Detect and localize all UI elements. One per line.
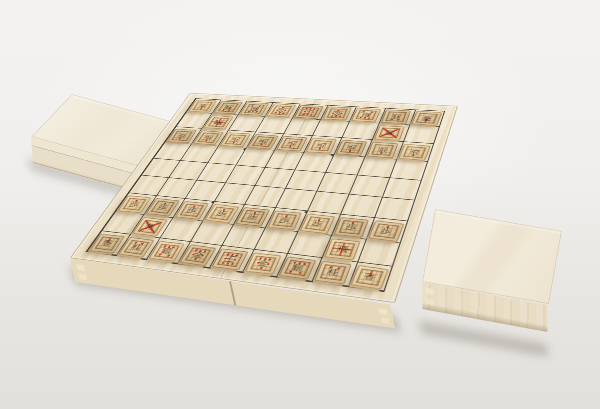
finger-joint <box>76 264 85 271</box>
piece-face: 歩 <box>194 131 223 145</box>
piece-kanji: 歩 <box>335 218 368 237</box>
piece-kanji: 歩 <box>307 139 336 153</box>
piece-kanji: 香 <box>412 111 441 125</box>
piece-tile: 銀 <box>149 241 185 262</box>
piece-sente-pawn[interactable]: 歩 <box>204 204 239 223</box>
piece-kanji: 飛 <box>205 116 233 129</box>
piece-face: 歩 <box>335 218 368 237</box>
piece-kanji: 歩 <box>249 134 278 148</box>
piece-tile: 桂 <box>118 237 154 258</box>
piece-sente-pawn[interactable]: 歩 <box>235 207 270 226</box>
piece-sente-pawn[interactable]: 歩 <box>300 214 336 234</box>
piece-kanji: 銀 <box>352 108 380 121</box>
piece-face: 銀 <box>241 103 268 115</box>
piece-sente-knight[interactable]: 桂 <box>118 237 154 258</box>
piece-face: 桂 <box>120 238 154 257</box>
piece-tile: 歩 <box>334 217 369 237</box>
piece-face: 飛 <box>326 239 360 259</box>
piece-kanji: 歩 <box>221 133 249 147</box>
piece-tile: 歩 <box>336 140 368 156</box>
piece-tile: 歩 <box>167 129 197 143</box>
piece-tile: 金 <box>266 103 296 117</box>
piece-face: 歩 <box>368 143 397 158</box>
piece-tile: 銀 <box>240 102 269 115</box>
piece-kanji: 桂 <box>316 262 351 284</box>
piece-face: 歩 <box>269 211 301 229</box>
piece-tile: 桂 <box>381 110 411 124</box>
piece-tile: 歩 <box>276 136 307 151</box>
piece-tile: 角 <box>374 125 405 140</box>
piece-sente-lance[interactable]: 香 <box>350 265 389 290</box>
piece-face: 歩 <box>277 137 306 151</box>
piece-tile: 歩 <box>220 132 251 147</box>
piece-sente-pawn[interactable]: 歩 <box>175 201 209 219</box>
piece-face: 歩 <box>337 140 367 155</box>
piece-kanji: 歩 <box>206 205 238 223</box>
piece-kanji: 歩 <box>277 137 306 151</box>
piece-tile: 歩 <box>306 138 337 153</box>
piece-sente-knight[interactable]: 桂 <box>314 261 351 284</box>
piece-face: 歩 <box>176 202 208 219</box>
piece-kanji: 銀 <box>280 257 315 279</box>
piece-gote-rook[interactable]: 飛 <box>203 115 233 129</box>
piece-tile: 歩 <box>267 211 301 230</box>
piece-tile: 銀 <box>279 256 317 279</box>
piece-kanji: 金 <box>267 104 295 117</box>
piece-kanji: 歩 <box>269 211 301 229</box>
piece-gote-pawn[interactable]: 歩 <box>398 144 431 161</box>
piece-tile: 角 <box>132 217 167 237</box>
piece-kanji: 桂 <box>120 238 154 257</box>
piece-face: 香 <box>412 111 441 125</box>
piece-kanji: 歩 <box>147 199 179 216</box>
piece-face: 歩 <box>119 196 150 212</box>
piece-face: 歩 <box>206 205 238 223</box>
piece-tile: 歩 <box>175 201 209 219</box>
piece-tile: 王 <box>212 248 249 270</box>
piece-face: 銀 <box>150 242 183 261</box>
piece-tile: 歩 <box>398 144 431 161</box>
piece-face: 歩 <box>237 208 269 226</box>
piece-gote-gold[interactable]: 金 <box>266 103 296 117</box>
piece-gote-pawn[interactable]: 歩 <box>220 132 251 147</box>
piece-tile: 飛 <box>203 115 233 129</box>
piece-face: 歩 <box>301 214 334 233</box>
piece-kanji: 歩 <box>368 143 397 158</box>
piece-gote-pawn[interactable]: 歩 <box>306 138 337 153</box>
piece-tile: 歩 <box>368 220 404 242</box>
piece-kanji: 歩 <box>119 196 150 212</box>
piece-gote-knight[interactable]: 桂 <box>381 110 411 124</box>
piece-sente-gold[interactable]: 金 <box>179 244 216 266</box>
piece-gote-pawn[interactable]: 歩 <box>248 134 280 149</box>
piece-sente-silver[interactable]: 銀 <box>149 241 185 262</box>
piece-gote-silver[interactable]: 銀 <box>351 108 381 122</box>
piece-face: 飛 <box>205 116 233 129</box>
piece-gote-lance[interactable]: 香 <box>188 100 216 113</box>
piece-kanji: 香 <box>91 234 124 252</box>
piece-face: 香 <box>352 266 388 289</box>
piece-face: 金 <box>267 104 295 117</box>
piece-kanji: 歩 <box>301 214 334 233</box>
piece-tile: 桂 <box>314 261 351 284</box>
piece-gote-king[interactable]: 玉 <box>294 105 324 119</box>
piece-face: 歩 <box>307 139 336 153</box>
piece-face: 金 <box>246 253 280 273</box>
piece-face: 角 <box>134 218 167 236</box>
piece-face: 歩 <box>399 144 429 160</box>
piece-tile: 歩 <box>235 207 270 226</box>
piece-sente-bishop[interactable]: 角 <box>132 217 167 237</box>
piece-tile: 香 <box>188 100 216 113</box>
piece-kanji: 玉 <box>295 105 323 118</box>
piece-face: 歩 <box>369 221 403 241</box>
piece-face: 桂 <box>316 262 351 284</box>
piece-kanji: 香 <box>352 266 388 289</box>
piece-face: 香 <box>189 100 215 112</box>
piece-tile: 歩 <box>146 198 180 216</box>
piece-face: 香 <box>91 234 124 252</box>
piece-sente-rook[interactable]: 飛 <box>324 239 360 261</box>
piece-tile: 玉 <box>294 105 324 119</box>
piece-kanji: 歩 <box>237 208 269 226</box>
piece-face: 王 <box>213 249 247 269</box>
piece-face: 玉 <box>295 105 323 118</box>
piece-gote-gold[interactable]: 金 <box>322 107 351 121</box>
piece-gote-pawn[interactable]: 歩 <box>193 130 224 145</box>
piece-kanji: 飛 <box>326 239 360 259</box>
piece-kanji: 桂 <box>382 110 410 123</box>
piece-gote-pawn[interactable]: 歩 <box>336 140 368 156</box>
piece-sente-pawn[interactable]: 歩 <box>368 220 404 242</box>
piece-face: 歩 <box>221 133 249 147</box>
piece-gote-pawn[interactable]: 歩 <box>167 129 197 143</box>
piece-tile: 香 <box>350 265 389 290</box>
piece-gote-silver[interactable]: 銀 <box>240 102 269 115</box>
piece-kanji: 桂 <box>215 101 242 113</box>
piece-kanji: 金 <box>246 253 280 273</box>
piece-gote-knight[interactable]: 桂 <box>213 101 242 114</box>
piece-kanji: 歩 <box>176 202 208 219</box>
piece-kanji: 歩 <box>369 221 403 241</box>
piece-kanji: 王 <box>213 249 247 269</box>
piece-tile: 金 <box>245 253 281 275</box>
piece-tile: 銀 <box>351 108 381 122</box>
studio-scene: 香桂銀金玉金銀桂香飛角歩歩歩歩歩歩歩歩歩歩歩歩歩歩歩歩歩歩角飛香桂銀金王金銀桂香 <box>0 0 600 409</box>
piece-tile: 歩 <box>300 214 336 234</box>
piece-face: 桂 <box>215 101 242 113</box>
piece-kanji: 角 <box>375 126 403 140</box>
piece-face: 銀 <box>352 108 380 121</box>
piece-sente-pawn[interactable]: 歩 <box>334 217 369 237</box>
piece-kanji: 金 <box>181 245 215 265</box>
piece-tile: 桂 <box>213 101 242 114</box>
piece-gote-pawn[interactable]: 歩 <box>276 136 307 151</box>
piece-sente-pawn[interactable]: 歩 <box>146 198 180 216</box>
piece-face: 金 <box>181 245 215 265</box>
piece-tile: 香 <box>411 111 442 126</box>
piece-kanji: 歩 <box>168 129 196 142</box>
piece-sente-pawn[interactable]: 歩 <box>267 211 301 230</box>
piece-tile: 歩 <box>118 196 151 213</box>
board-fold-seam-front <box>229 281 236 305</box>
piece-sente-pawn[interactable]: 歩 <box>118 196 151 213</box>
piece-kanji: 角 <box>134 218 167 236</box>
piece-face: 歩 <box>249 134 278 148</box>
piece-gote-lance[interactable]: 香 <box>411 111 442 126</box>
piece-tile: 金 <box>322 107 351 121</box>
piece-tile: 金 <box>179 244 216 266</box>
piece-tile: 歩 <box>204 204 239 223</box>
piece-kanji: 金 <box>324 107 351 120</box>
piece-face: 桂 <box>382 110 410 123</box>
piece-tile: 飛 <box>324 239 360 261</box>
piece-sente-king[interactable]: 王 <box>212 248 249 270</box>
finger-joint <box>426 288 434 295</box>
piece-kanji: 銀 <box>241 103 268 115</box>
finger-joint <box>379 308 388 315</box>
piece-kanji: 香 <box>189 100 215 112</box>
piece-tile: 歩 <box>193 130 224 145</box>
piece-face: 角 <box>375 126 403 140</box>
piece-kanji: 歩 <box>337 140 367 155</box>
piece-gote-pawn[interactable]: 歩 <box>367 142 398 158</box>
piece-face: 銀 <box>280 257 315 279</box>
piece-tile: 歩 <box>367 142 398 158</box>
piece-kanji: 歩 <box>194 131 223 145</box>
piece-sente-silver[interactable]: 銀 <box>279 256 317 279</box>
piece-face: 金 <box>324 107 351 120</box>
piece-face: 歩 <box>147 199 179 216</box>
piece-gote-bishop[interactable]: 角 <box>374 125 405 140</box>
piece-sente-gold[interactable]: 金 <box>245 253 281 275</box>
piece-kanji: 歩 <box>399 144 429 160</box>
piece-tile: 歩 <box>248 134 280 149</box>
piece-kanji: 銀 <box>150 242 183 261</box>
piece-face: 歩 <box>168 129 196 142</box>
